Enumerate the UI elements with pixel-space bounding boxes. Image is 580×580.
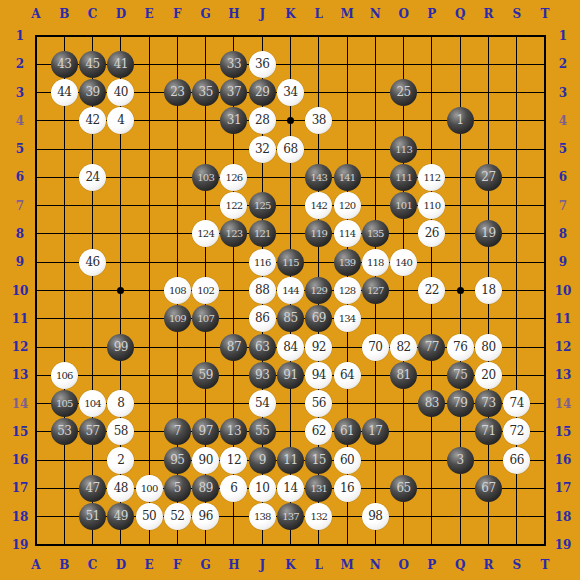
stone-Q4[interactable]: 1: [447, 107, 474, 134]
stone-R13[interactable]: 20: [475, 362, 502, 389]
stone-P6[interactable]: 112: [418, 164, 445, 191]
stone-L11[interactable]: 69: [305, 305, 332, 332]
stone-H4[interactable]: 31: [220, 107, 247, 134]
stone-O13[interactable]: 81: [390, 362, 417, 389]
col-label-bottom-E: E: [139, 557, 159, 573]
stone-D3[interactable]: 40: [107, 79, 134, 106]
col-label-top-A: A: [26, 6, 46, 22]
stone-D2[interactable]: 41: [107, 51, 134, 78]
stone-C2[interactable]: 45: [79, 51, 106, 78]
row-label-left-13: 13: [7, 367, 33, 383]
stone-G6[interactable]: 103: [192, 164, 219, 191]
col-label-bottom-J: J: [252, 557, 272, 573]
stone-B3[interactable]: 44: [51, 79, 78, 106]
stone-J12[interactable]: 63: [249, 334, 276, 361]
stone-J18[interactable]: 138: [249, 503, 276, 530]
stone-O3[interactable]: 25: [390, 79, 417, 106]
col-label-top-N: N: [365, 6, 385, 22]
stone-L12[interactable]: 92: [305, 334, 332, 361]
stone-P8[interactable]: 26: [418, 220, 445, 247]
stone-J17[interactable]: 10: [249, 475, 276, 502]
row-label-left-7: 7: [7, 198, 33, 214]
col-label-bottom-R: R: [478, 557, 498, 573]
stone-Q16[interactable]: 3: [447, 447, 474, 474]
col-label-top-G: G: [196, 6, 216, 22]
stone-F16[interactable]: 95: [164, 447, 191, 474]
stone-H12[interactable]: 87: [220, 334, 247, 361]
row-label-left-2: 2: [7, 56, 33, 72]
col-label-top-L: L: [309, 6, 329, 22]
stone-M15[interactable]: 61: [334, 418, 361, 445]
row-label-right-6: 6: [550, 169, 576, 185]
stone-H8[interactable]: 123: [220, 220, 247, 247]
col-label-bottom-O: O: [394, 557, 414, 573]
stone-L17[interactable]: 131: [305, 475, 332, 502]
stone-D18[interactable]: 49: [107, 503, 134, 530]
col-label-bottom-P: P: [422, 557, 442, 573]
stone-K3[interactable]: 34: [277, 79, 304, 106]
stone-M13[interactable]: 64: [334, 362, 361, 389]
stone-N9[interactable]: 118: [362, 249, 389, 276]
col-label-top-H: H: [224, 6, 244, 22]
row-label-right-11: 11: [550, 311, 576, 327]
stone-L13[interactable]: 94: [305, 362, 332, 389]
row-label-left-9: 9: [7, 254, 33, 270]
stone-J8[interactable]: 121: [249, 220, 276, 247]
stone-K10[interactable]: 144: [277, 277, 304, 304]
stone-H16[interactable]: 12: [220, 447, 247, 474]
col-label-bottom-H: H: [224, 557, 244, 573]
stone-M6[interactable]: 141: [334, 164, 361, 191]
stone-J5[interactable]: 32: [249, 136, 276, 163]
stone-N10[interactable]: 127: [362, 277, 389, 304]
stone-B2[interactable]: 43: [51, 51, 78, 78]
stone-R12[interactable]: 80: [475, 334, 502, 361]
col-label-top-R: R: [478, 6, 498, 22]
stone-P7[interactable]: 110: [418, 192, 445, 219]
row-label-left-8: 8: [7, 226, 33, 242]
stone-K13[interactable]: 91: [277, 362, 304, 389]
col-label-top-O: O: [394, 6, 414, 22]
stone-L6[interactable]: 143: [305, 164, 332, 191]
stone-C14[interactable]: 104: [79, 390, 106, 417]
row-label-right-13: 13: [550, 367, 576, 383]
row-label-left-5: 5: [7, 141, 33, 157]
stone-D14[interactable]: 8: [107, 390, 134, 417]
row-label-right-3: 3: [550, 85, 576, 101]
col-label-bottom-A: A: [26, 557, 46, 573]
stone-J14[interactable]: 54: [249, 390, 276, 417]
stone-O9[interactable]: 140: [390, 249, 417, 276]
stone-E17[interactable]: 100: [136, 475, 163, 502]
stone-E18[interactable]: 50: [136, 503, 163, 530]
col-label-top-K: K: [281, 6, 301, 22]
row-label-left-18: 18: [7, 509, 33, 525]
grid-line-vertical: [544, 35, 546, 546]
col-label-top-F: F: [167, 6, 187, 22]
stone-P14[interactable]: 83: [418, 390, 445, 417]
stone-H2[interactable]: 33: [220, 51, 247, 78]
stone-B13[interactable]: 106: [51, 362, 78, 389]
stone-H6[interactable]: 126: [220, 164, 247, 191]
col-label-bottom-B: B: [54, 557, 74, 573]
stone-L15[interactable]: 62: [305, 418, 332, 445]
stone-N12[interactable]: 70: [362, 334, 389, 361]
stone-J7[interactable]: 125: [249, 192, 276, 219]
stone-R10[interactable]: 18: [475, 277, 502, 304]
stone-J10[interactable]: 88: [249, 277, 276, 304]
stone-N15[interactable]: 17: [362, 418, 389, 445]
row-label-right-1: 1: [550, 28, 576, 44]
col-label-bottom-S: S: [507, 557, 527, 573]
stone-L14[interactable]: 56: [305, 390, 332, 417]
row-label-left-16: 16: [7, 452, 33, 468]
col-label-bottom-C: C: [83, 557, 103, 573]
stone-G18[interactable]: 96: [192, 503, 219, 530]
stone-L4[interactable]: 38: [305, 107, 332, 134]
stone-H7[interactable]: 122: [220, 192, 247, 219]
stone-O6[interactable]: 111: [390, 164, 417, 191]
stone-R15[interactable]: 71: [475, 418, 502, 445]
stone-K11[interactable]: 85: [277, 305, 304, 332]
stone-J15[interactable]: 55: [249, 418, 276, 445]
stone-G10[interactable]: 102: [192, 277, 219, 304]
col-label-top-Q: Q: [450, 6, 470, 22]
col-label-bottom-N: N: [365, 557, 385, 573]
stone-S15[interactable]: 72: [503, 418, 530, 445]
stone-O7[interactable]: 101: [390, 192, 417, 219]
stone-R8[interactable]: 19: [475, 220, 502, 247]
stone-G15[interactable]: 97: [192, 418, 219, 445]
col-label-top-J: J: [252, 6, 272, 22]
row-label-right-19: 19: [550, 537, 576, 553]
stone-M7[interactable]: 120: [334, 192, 361, 219]
col-label-top-T: T: [535, 6, 555, 22]
stone-M10[interactable]: 128: [334, 277, 361, 304]
stone-L18[interactable]: 132: [305, 503, 332, 530]
stone-M11[interactable]: 134: [334, 305, 361, 332]
row-label-right-9: 9: [550, 254, 576, 270]
row-label-right-2: 2: [550, 56, 576, 72]
stone-C17[interactable]: 47: [79, 475, 106, 502]
stone-C3[interactable]: 39: [79, 79, 106, 106]
stone-G11[interactable]: 107: [192, 305, 219, 332]
row-label-right-7: 7: [550, 198, 576, 214]
col-label-top-E: E: [139, 6, 159, 22]
stone-J3[interactable]: 29: [249, 79, 276, 106]
stone-O5[interactable]: 113: [390, 136, 417, 163]
stone-L16[interactable]: 15: [305, 447, 332, 474]
stone-N18[interactable]: 98: [362, 503, 389, 530]
stone-R6[interactable]: 27: [475, 164, 502, 191]
row-label-left-11: 11: [7, 311, 33, 327]
stone-K9[interactable]: 115: [277, 249, 304, 276]
col-label-bottom-K: K: [281, 557, 301, 573]
stone-O17[interactable]: 65: [390, 475, 417, 502]
stone-H15[interactable]: 13: [220, 418, 247, 445]
stone-F3[interactable]: 23: [164, 79, 191, 106]
stone-K5[interactable]: 68: [277, 136, 304, 163]
row-label-left-6: 6: [7, 169, 33, 185]
row-label-left-14: 14: [7, 396, 33, 412]
stone-M9[interactable]: 139: [334, 249, 361, 276]
stone-K18[interactable]: 137: [277, 503, 304, 530]
stone-D15[interactable]: 58: [107, 418, 134, 445]
col-label-top-D: D: [111, 6, 131, 22]
row-label-right-17: 17: [550, 480, 576, 496]
stone-K12[interactable]: 84: [277, 334, 304, 361]
stone-F17[interactable]: 5: [164, 475, 191, 502]
stone-H17[interactable]: 6: [220, 475, 247, 502]
stone-H3[interactable]: 37: [220, 79, 247, 106]
stone-L7[interactable]: 142: [305, 192, 332, 219]
stone-G8[interactable]: 124: [192, 220, 219, 247]
stone-J11[interactable]: 86: [249, 305, 276, 332]
row-label-right-18: 18: [550, 509, 576, 525]
stone-Q12[interactable]: 76: [447, 334, 474, 361]
row-label-right-8: 8: [550, 226, 576, 242]
col-label-bottom-F: F: [167, 557, 187, 573]
row-label-right-10: 10: [550, 283, 576, 299]
stone-M17[interactable]: 16: [334, 475, 361, 502]
stone-M16[interactable]: 60: [334, 447, 361, 474]
row-label-left-19: 19: [7, 537, 33, 553]
col-label-bottom-G: G: [196, 557, 216, 573]
row-label-left-1: 1: [7, 28, 33, 44]
stone-J16[interactable]: 9: [249, 447, 276, 474]
grid-line-horizontal: [35, 544, 546, 546]
stone-F11[interactable]: 109: [164, 305, 191, 332]
col-label-bottom-Q: Q: [450, 557, 470, 573]
col-label-bottom-T: T: [535, 557, 555, 573]
stone-L8[interactable]: 119: [305, 220, 332, 247]
col-label-top-S: S: [507, 6, 527, 22]
stone-O12[interactable]: 82: [390, 334, 417, 361]
stone-C18[interactable]: 51: [79, 503, 106, 530]
row-label-right-14: 14: [550, 396, 576, 412]
stone-G17[interactable]: 89: [192, 475, 219, 502]
stone-D12[interactable]: 99: [107, 334, 134, 361]
stone-R14[interactable]: 73: [475, 390, 502, 417]
col-label-bottom-M: M: [337, 557, 357, 573]
go-board-frame: AABBCCDDEEFFGGHHJJKKLLMMNNOOPPQQRRSSTT11…: [0, 0, 580, 580]
stone-D16[interactable]: 2: [107, 447, 134, 474]
stone-D4[interactable]: 4: [107, 107, 134, 134]
row-label-left-10: 10: [7, 283, 33, 299]
stone-Q14[interactable]: 79: [447, 390, 474, 417]
stone-B14[interactable]: 105: [51, 390, 78, 417]
stone-N8[interactable]: 135: [362, 220, 389, 247]
stone-P10[interactable]: 22: [418, 277, 445, 304]
col-label-top-B: B: [54, 6, 74, 22]
stone-R17[interactable]: 67: [475, 475, 502, 502]
stone-J13[interactable]: 93: [249, 362, 276, 389]
stone-S14[interactable]: 74: [503, 390, 530, 417]
row-label-left-15: 15: [7, 424, 33, 440]
row-label-left-4: 4: [7, 113, 33, 129]
stone-M8[interactable]: 114: [334, 220, 361, 247]
col-label-top-M: M: [337, 6, 357, 22]
stone-G16[interactable]: 90: [192, 447, 219, 474]
row-label-left-17: 17: [7, 480, 33, 496]
stone-G3[interactable]: 35: [192, 79, 219, 106]
row-label-right-4: 4: [550, 113, 576, 129]
stone-C4[interactable]: 42: [79, 107, 106, 134]
stone-K16[interactable]: 11: [277, 447, 304, 474]
col-label-top-P: P: [422, 6, 442, 22]
row-label-right-5: 5: [550, 141, 576, 157]
star-point-K4: [287, 117, 294, 124]
stone-C6[interactable]: 24: [79, 164, 106, 191]
row-label-left-12: 12: [7, 339, 33, 355]
row-label-right-15: 15: [550, 424, 576, 440]
star-point-Q10: [457, 287, 464, 294]
row-label-left-3: 3: [7, 85, 33, 101]
stone-Q13[interactable]: 75: [447, 362, 474, 389]
row-label-right-16: 16: [550, 452, 576, 468]
col-label-bottom-D: D: [111, 557, 131, 573]
star-point-D10: [117, 287, 124, 294]
stone-J2[interactable]: 36: [249, 51, 276, 78]
stone-F18[interactable]: 52: [164, 503, 191, 530]
stone-G13[interactable]: 59: [192, 362, 219, 389]
grid-line-vertical: [403, 35, 404, 546]
stone-F15[interactable]: 7: [164, 418, 191, 445]
stone-D17[interactable]: 48: [107, 475, 134, 502]
stone-C15[interactable]: 57: [79, 418, 106, 445]
col-label-top-C: C: [83, 6, 103, 22]
stone-B15[interactable]: 53: [51, 418, 78, 445]
stone-J9[interactable]: 116: [249, 249, 276, 276]
stone-P12[interactable]: 77: [418, 334, 445, 361]
stone-L10[interactable]: 129: [305, 277, 332, 304]
stone-K17[interactable]: 14: [277, 475, 304, 502]
stone-C9[interactable]: 46: [79, 249, 106, 276]
row-label-right-12: 12: [550, 339, 576, 355]
stone-S16[interactable]: 66: [503, 447, 530, 474]
stone-J4[interactable]: 28: [249, 107, 276, 134]
col-label-bottom-L: L: [309, 557, 329, 573]
stone-F10[interactable]: 108: [164, 277, 191, 304]
